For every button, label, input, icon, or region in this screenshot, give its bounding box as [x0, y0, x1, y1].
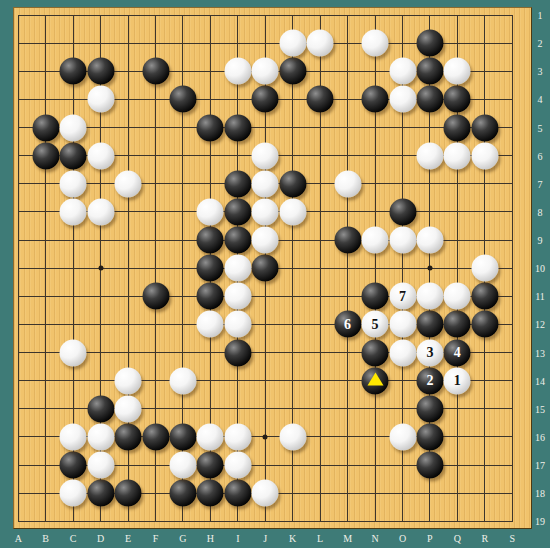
stone-white-D17[interactable] [87, 452, 114, 479]
stone-black-E16[interactable] [115, 423, 142, 450]
column-label-E: E [125, 533, 131, 544]
stone-black-P16[interactable] [416, 423, 443, 450]
stone-black-Q12[interactable] [444, 311, 471, 338]
star-point [263, 434, 268, 439]
stone-white-C13[interactable] [60, 339, 87, 366]
stone-black-D15[interactable] [87, 395, 114, 422]
stone-black-Q5[interactable] [444, 114, 471, 141]
column-label-H: H [207, 533, 214, 544]
move-number-5: 5 [372, 317, 379, 331]
stone-white-C18[interactable] [60, 480, 87, 507]
column-label-B: B [42, 533, 49, 544]
stone-white-E7[interactable] [115, 170, 142, 197]
stone-white-P6[interactable] [416, 142, 443, 169]
column-label-D: D [97, 533, 104, 544]
column-label-P: P [427, 533, 433, 544]
row-label-15: 15 [535, 403, 545, 414]
stone-black-G4[interactable] [169, 86, 196, 113]
stone-black-H11[interactable] [197, 283, 224, 310]
stone-white-H16[interactable] [197, 423, 224, 450]
stone-white-N2[interactable] [362, 30, 389, 57]
stone-black-D18[interactable] [87, 480, 114, 507]
row-label-3: 3 [538, 66, 543, 77]
stone-black-M9[interactable] [334, 227, 361, 254]
stone-white-O4[interactable] [389, 86, 416, 113]
stone-white-J7[interactable] [252, 170, 279, 197]
stone-white-J3[interactable] [252, 58, 279, 85]
stone-white-Q6[interactable] [444, 142, 471, 169]
stone-white-E15[interactable] [115, 395, 142, 422]
stone-black-H5[interactable] [197, 114, 224, 141]
column-label-A: A [15, 533, 22, 544]
stone-white-H8[interactable] [197, 198, 224, 225]
go-board-app: ABCDEFGHIJKLMNOPQRS123456789101112131415… [0, 0, 550, 548]
row-label-8: 8 [538, 206, 543, 217]
stone-black-B5[interactable] [32, 114, 59, 141]
column-label-F: F [153, 533, 159, 544]
stone-white-C5[interactable] [60, 114, 87, 141]
stone-white-H12[interactable] [197, 311, 224, 338]
column-label-N: N [371, 533, 378, 544]
stone-black-P3[interactable] [416, 58, 443, 85]
stone-black-K3[interactable] [279, 58, 306, 85]
row-label-17: 17 [535, 460, 545, 471]
column-label-I: I [236, 533, 239, 544]
column-label-C: C [70, 533, 77, 544]
triangle-marker [367, 373, 383, 386]
stone-black-P14[interactable]: 2 [416, 367, 443, 394]
row-label-9: 9 [538, 235, 543, 246]
stone-white-I10[interactable] [224, 255, 251, 282]
stone-black-R11[interactable] [471, 283, 498, 310]
row-label-1: 1 [538, 10, 543, 21]
row-label-4: 4 [538, 94, 543, 105]
stone-black-B6[interactable] [32, 142, 59, 169]
stone-white-N9[interactable] [362, 227, 389, 254]
stone-black-J4[interactable] [252, 86, 279, 113]
column-label-Q: Q [454, 533, 461, 544]
stone-white-N12[interactable]: 5 [362, 311, 389, 338]
stone-black-I5[interactable] [224, 114, 251, 141]
stone-white-L2[interactable] [307, 30, 334, 57]
stone-black-N11[interactable] [362, 283, 389, 310]
column-label-R: R [481, 533, 488, 544]
row-label-14: 14 [535, 375, 545, 386]
stone-black-D3[interactable] [87, 58, 114, 85]
row-label-16: 16 [535, 431, 545, 442]
stone-black-P2[interactable] [416, 30, 443, 57]
stone-white-Q11[interactable] [444, 283, 471, 310]
stone-white-D8[interactable] [87, 198, 114, 225]
stone-white-Q14[interactable]: 1 [444, 367, 471, 394]
row-label-12: 12 [535, 319, 545, 330]
stone-black-G18[interactable] [169, 480, 196, 507]
stone-black-G16[interactable] [169, 423, 196, 450]
grid-line [18, 127, 513, 128]
stone-black-F3[interactable] [142, 58, 169, 85]
stone-black-Q4[interactable] [444, 86, 471, 113]
stone-white-G17[interactable] [169, 452, 196, 479]
stone-white-O13[interactable] [389, 339, 416, 366]
stone-black-Q13[interactable]: 4 [444, 339, 471, 366]
stone-black-C17[interactable] [60, 452, 87, 479]
column-label-K: K [289, 533, 296, 544]
column-label-S: S [509, 533, 515, 544]
stone-white-O16[interactable] [389, 423, 416, 450]
stone-black-O8[interactable] [389, 198, 416, 225]
stone-black-N13[interactable] [362, 339, 389, 366]
move-number-2: 2 [426, 374, 433, 388]
stone-black-I8[interactable] [224, 198, 251, 225]
stone-white-P11[interactable] [416, 283, 443, 310]
stone-black-P12[interactable] [416, 311, 443, 338]
stone-white-J18[interactable] [252, 480, 279, 507]
stone-white-K16[interactable] [279, 423, 306, 450]
stone-white-Q3[interactable] [444, 58, 471, 85]
move-number-6: 6 [344, 317, 351, 331]
stone-black-R12[interactable] [471, 311, 498, 338]
stone-white-C7[interactable] [60, 170, 87, 197]
stone-white-D16[interactable] [87, 423, 114, 450]
stone-black-M12[interactable]: 6 [334, 311, 361, 338]
stone-white-I16[interactable] [224, 423, 251, 450]
row-label-2: 2 [538, 38, 543, 49]
stone-black-L4[interactable] [307, 86, 334, 113]
stone-black-K7[interactable] [279, 170, 306, 197]
stone-white-K8[interactable] [279, 198, 306, 225]
column-label-G: G [179, 533, 186, 544]
move-number-3: 3 [426, 346, 433, 360]
row-label-10: 10 [535, 263, 545, 274]
grid-line [18, 521, 513, 522]
star-point [427, 266, 432, 271]
stone-white-I17[interactable] [224, 452, 251, 479]
stone-white-D4[interactable] [87, 86, 114, 113]
move-number-1: 1 [454, 374, 461, 388]
row-label-5: 5 [538, 122, 543, 133]
stone-black-J10[interactable] [252, 255, 279, 282]
star-point [98, 266, 103, 271]
stone-black-N4[interactable] [362, 86, 389, 113]
stone-white-G14[interactable] [169, 367, 196, 394]
stone-white-C8[interactable] [60, 198, 87, 225]
column-label-J: J [263, 533, 267, 544]
stone-black-F11[interactable] [142, 283, 169, 310]
column-label-O: O [399, 533, 406, 544]
stone-black-H9[interactable] [197, 227, 224, 254]
stone-black-N14[interactable] [362, 367, 389, 394]
stone-white-E14[interactable] [115, 367, 142, 394]
stone-white-K2[interactable] [279, 30, 306, 57]
stone-black-F16[interactable] [142, 423, 169, 450]
row-label-13: 13 [535, 347, 545, 358]
stone-white-O9[interactable] [389, 227, 416, 254]
stone-white-O3[interactable] [389, 58, 416, 85]
stone-white-O12[interactable] [389, 311, 416, 338]
stone-white-I12[interactable] [224, 311, 251, 338]
stone-black-C3[interactable] [60, 58, 87, 85]
stone-black-P4[interactable] [416, 86, 443, 113]
stone-black-P17[interactable] [416, 452, 443, 479]
stone-white-I3[interactable] [224, 58, 251, 85]
stone-white-I11[interactable] [224, 283, 251, 310]
stone-white-O11[interactable]: 7 [389, 283, 416, 310]
stone-white-P13[interactable]: 3 [416, 339, 443, 366]
stone-white-R6[interactable] [471, 142, 498, 169]
row-label-6: 6 [538, 150, 543, 161]
stone-black-P15[interactable] [416, 395, 443, 422]
stone-white-C16[interactable] [60, 423, 87, 450]
stone-black-C6[interactable] [60, 142, 87, 169]
stone-black-I13[interactable] [224, 339, 251, 366]
column-label-L: L [317, 533, 323, 544]
stone-white-J8[interactable] [252, 198, 279, 225]
stone-black-R5[interactable] [471, 114, 498, 141]
stone-black-E18[interactable] [115, 480, 142, 507]
row-label-11: 11 [535, 291, 545, 302]
stone-black-H10[interactable] [197, 255, 224, 282]
move-number-4: 4 [454, 346, 461, 360]
stone-white-R10[interactable] [471, 255, 498, 282]
stone-black-I9[interactable] [224, 227, 251, 254]
stone-black-I7[interactable] [224, 170, 251, 197]
row-label-19: 19 [535, 516, 545, 527]
stone-black-I18[interactable] [224, 480, 251, 507]
stone-white-J6[interactable] [252, 142, 279, 169]
column-label-M: M [343, 533, 352, 544]
grid-line [18, 15, 513, 16]
stone-white-D6[interactable] [87, 142, 114, 169]
move-number-7: 7 [399, 289, 406, 303]
row-label-7: 7 [538, 178, 543, 189]
row-label-18: 18 [535, 488, 545, 499]
stone-white-J9[interactable] [252, 227, 279, 254]
stone-white-M7[interactable] [334, 170, 361, 197]
stone-black-H17[interactable] [197, 452, 224, 479]
stone-black-H18[interactable] [197, 480, 224, 507]
stone-white-P9[interactable] [416, 227, 443, 254]
